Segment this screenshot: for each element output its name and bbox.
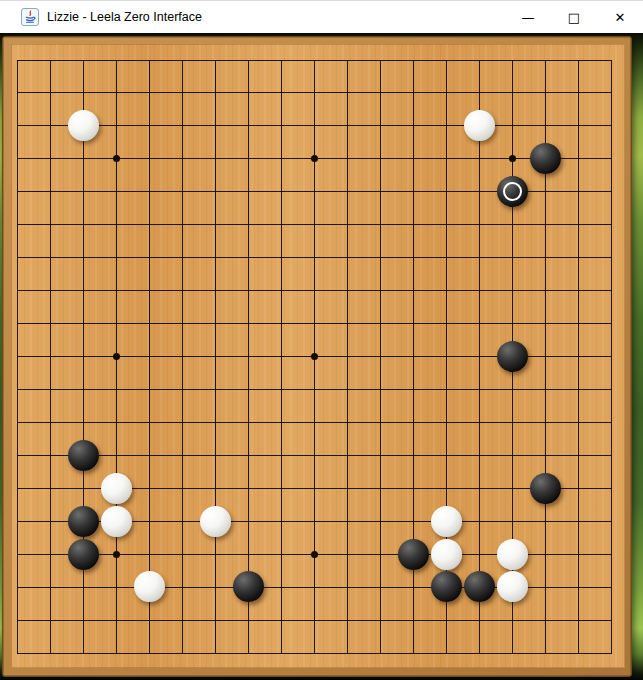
intersection[interactable] — [298, 373, 331, 406]
intersection[interactable] — [331, 44, 364, 77]
minimize-button[interactable]: — — [505, 1, 551, 34]
intersection[interactable] — [397, 538, 430, 571]
intersection[interactable] — [463, 44, 496, 77]
intersection[interactable] — [298, 636, 331, 669]
intersection[interactable] — [265, 571, 298, 604]
intersection[interactable] — [166, 472, 199, 505]
intersection[interactable] — [463, 636, 496, 669]
intersection[interactable] — [397, 472, 430, 505]
intersection[interactable] — [595, 142, 628, 175]
intersection[interactable] — [232, 76, 265, 109]
intersection[interactable] — [562, 208, 595, 241]
intersection[interactable] — [1, 274, 34, 307]
intersection[interactable] — [331, 76, 364, 109]
intersection[interactable] — [100, 44, 133, 77]
intersection[interactable] — [397, 406, 430, 439]
intersection[interactable] — [232, 241, 265, 274]
intersection[interactable] — [133, 175, 166, 208]
intersection[interactable] — [232, 538, 265, 571]
intersection[interactable] — [232, 340, 265, 373]
intersection[interactable] — [166, 571, 199, 604]
intersection[interactable] — [331, 373, 364, 406]
intersection[interactable] — [595, 373, 628, 406]
intersection[interactable] — [232, 571, 265, 604]
intersection[interactable] — [265, 274, 298, 307]
intersection[interactable] — [1, 406, 34, 439]
intersection[interactable] — [496, 241, 529, 274]
intersection[interactable] — [265, 142, 298, 175]
intersection[interactable] — [397, 636, 430, 669]
intersection[interactable] — [265, 636, 298, 669]
intersection[interactable] — [166, 274, 199, 307]
intersection[interactable] — [133, 505, 166, 538]
intersection[interactable] — [232, 142, 265, 175]
intersection[interactable] — [364, 571, 397, 604]
intersection[interactable] — [133, 538, 166, 571]
intersection[interactable] — [364, 636, 397, 669]
intersection[interactable] — [496, 472, 529, 505]
intersection[interactable] — [199, 175, 232, 208]
intersection[interactable] — [67, 208, 100, 241]
intersection[interactable] — [529, 406, 562, 439]
intersection[interactable] — [529, 44, 562, 77]
intersection[interactable] — [430, 472, 463, 505]
intersection[interactable] — [496, 175, 529, 208]
intersection[interactable] — [562, 175, 595, 208]
intersection[interactable] — [298, 307, 331, 340]
intersection[interactable] — [595, 274, 628, 307]
intersection[interactable] — [133, 406, 166, 439]
intersection[interactable] — [232, 44, 265, 77]
intersection[interactable] — [331, 538, 364, 571]
intersection[interactable] — [562, 274, 595, 307]
intersection[interactable] — [232, 373, 265, 406]
intersection[interactable] — [298, 439, 331, 472]
intersection[interactable] — [133, 307, 166, 340]
intersection[interactable] — [529, 340, 562, 373]
intersection[interactable] — [34, 603, 67, 636]
intersection[interactable] — [100, 208, 133, 241]
intersection[interactable] — [1, 636, 34, 669]
intersection[interactable] — [463, 603, 496, 636]
intersection[interactable] — [298, 603, 331, 636]
intersection[interactable] — [100, 603, 133, 636]
intersection[interactable] — [595, 340, 628, 373]
intersection[interactable] — [397, 142, 430, 175]
intersection[interactable] — [331, 241, 364, 274]
intersection[interactable] — [298, 538, 331, 571]
intersection[interactable] — [100, 406, 133, 439]
intersection[interactable] — [100, 241, 133, 274]
intersection[interactable] — [100, 636, 133, 669]
intersection[interactable] — [100, 472, 133, 505]
intersection[interactable] — [100, 340, 133, 373]
intersection[interactable] — [562, 571, 595, 604]
intersection[interactable] — [232, 109, 265, 142]
intersection[interactable] — [265, 505, 298, 538]
intersection[interactable] — [133, 44, 166, 77]
intersection[interactable] — [529, 636, 562, 669]
intersection[interactable] — [265, 340, 298, 373]
intersection[interactable] — [232, 603, 265, 636]
intersection[interactable] — [397, 373, 430, 406]
intersection[interactable] — [529, 109, 562, 142]
intersection[interactable] — [298, 472, 331, 505]
intersection[interactable] — [364, 241, 397, 274]
intersection[interactable] — [232, 439, 265, 472]
intersection[interactable] — [1, 241, 34, 274]
intersection[interactable] — [1, 175, 34, 208]
intersection[interactable] — [166, 373, 199, 406]
intersection[interactable] — [199, 406, 232, 439]
intersection[interactable] — [496, 208, 529, 241]
intersection[interactable] — [562, 505, 595, 538]
intersection[interactable] — [133, 571, 166, 604]
intersection[interactable] — [496, 603, 529, 636]
intersection[interactable] — [595, 241, 628, 274]
intersection[interactable] — [133, 340, 166, 373]
intersection[interactable] — [34, 636, 67, 669]
intersection[interactable] — [166, 603, 199, 636]
intersection[interactable] — [298, 76, 331, 109]
intersection[interactable] — [397, 340, 430, 373]
intersection[interactable] — [496, 406, 529, 439]
intersection[interactable] — [133, 109, 166, 142]
intersection[interactable] — [463, 340, 496, 373]
intersection[interactable] — [529, 373, 562, 406]
intersection[interactable] — [463, 109, 496, 142]
intersection[interactable] — [166, 142, 199, 175]
intersection[interactable] — [166, 76, 199, 109]
intersection[interactable] — [166, 208, 199, 241]
intersection[interactable] — [364, 44, 397, 77]
intersection[interactable] — [298, 340, 331, 373]
intersection[interactable] — [166, 175, 199, 208]
intersection[interactable] — [496, 636, 529, 669]
intersection[interactable] — [199, 505, 232, 538]
intersection[interactable] — [463, 142, 496, 175]
intersection[interactable] — [364, 538, 397, 571]
intersection[interactable] — [298, 274, 331, 307]
intersection[interactable] — [595, 175, 628, 208]
intersection[interactable] — [562, 373, 595, 406]
intersection[interactable] — [331, 175, 364, 208]
intersection[interactable] — [133, 636, 166, 669]
intersection[interactable] — [1, 472, 34, 505]
intersection[interactable] — [529, 274, 562, 307]
intersection[interactable] — [34, 505, 67, 538]
intersection[interactable] — [34, 439, 67, 472]
intersection[interactable] — [1, 439, 34, 472]
intersection[interactable] — [562, 307, 595, 340]
intersection[interactable] — [397, 571, 430, 604]
intersection[interactable] — [67, 142, 100, 175]
intersection[interactable] — [463, 406, 496, 439]
intersection[interactable] — [67, 76, 100, 109]
intersection[interactable] — [199, 571, 232, 604]
intersection[interactable] — [595, 472, 628, 505]
intersection[interactable] — [1, 538, 34, 571]
intersection[interactable] — [496, 274, 529, 307]
intersection[interactable] — [463, 76, 496, 109]
intersection[interactable] — [562, 439, 595, 472]
intersection[interactable] — [397, 307, 430, 340]
intersection[interactable] — [199, 439, 232, 472]
intersection[interactable] — [265, 241, 298, 274]
intersection[interactable] — [529, 175, 562, 208]
intersection[interactable] — [562, 76, 595, 109]
intersection[interactable] — [1, 44, 34, 77]
intersection[interactable] — [67, 44, 100, 77]
intersection[interactable] — [67, 373, 100, 406]
intersection[interactable] — [595, 208, 628, 241]
intersection[interactable] — [232, 208, 265, 241]
intersection[interactable] — [430, 636, 463, 669]
intersection[interactable] — [67, 505, 100, 538]
intersection[interactable] — [595, 636, 628, 669]
intersection[interactable] — [265, 439, 298, 472]
intersection[interactable] — [364, 472, 397, 505]
intersection[interactable] — [67, 439, 100, 472]
intersection[interactable] — [463, 472, 496, 505]
intersection[interactable] — [496, 307, 529, 340]
intersection[interactable] — [199, 142, 232, 175]
intersection[interactable] — [133, 142, 166, 175]
intersection[interactable] — [496, 505, 529, 538]
intersection[interactable] — [430, 439, 463, 472]
intersection[interactable] — [529, 472, 562, 505]
intersection[interactable] — [265, 307, 298, 340]
intersection[interactable] — [496, 340, 529, 373]
intersection[interactable] — [595, 603, 628, 636]
intersection[interactable] — [34, 538, 67, 571]
intersection[interactable] — [67, 175, 100, 208]
intersection[interactable] — [1, 307, 34, 340]
intersection[interactable] — [1, 109, 34, 142]
intersection[interactable] — [199, 538, 232, 571]
intersection[interactable] — [397, 505, 430, 538]
intersection[interactable] — [298, 109, 331, 142]
intersection[interactable] — [298, 505, 331, 538]
intersection[interactable] — [496, 109, 529, 142]
intersection[interactable] — [199, 307, 232, 340]
intersection[interactable] — [166, 406, 199, 439]
intersection[interactable] — [34, 241, 67, 274]
intersection[interactable] — [331, 636, 364, 669]
intersection[interactable] — [562, 406, 595, 439]
intersection[interactable] — [166, 307, 199, 340]
intersection[interactable] — [67, 109, 100, 142]
intersection[interactable] — [595, 109, 628, 142]
intersection[interactable] — [364, 340, 397, 373]
intersection[interactable] — [34, 406, 67, 439]
intersection[interactable] — [397, 274, 430, 307]
intersection[interactable] — [463, 274, 496, 307]
intersection[interactable] — [265, 603, 298, 636]
intersection[interactable] — [166, 538, 199, 571]
intersection[interactable] — [133, 241, 166, 274]
intersection[interactable] — [199, 208, 232, 241]
intersection[interactable] — [298, 44, 331, 77]
intersection[interactable] — [364, 603, 397, 636]
intersection[interactable] — [397, 241, 430, 274]
intersection[interactable] — [199, 472, 232, 505]
intersection[interactable] — [100, 142, 133, 175]
intersection[interactable] — [1, 142, 34, 175]
intersection[interactable] — [331, 307, 364, 340]
intersection[interactable] — [67, 241, 100, 274]
intersection[interactable] — [199, 340, 232, 373]
intersection[interactable] — [199, 274, 232, 307]
intersection[interactable] — [34, 340, 67, 373]
intersection[interactable] — [100, 274, 133, 307]
intersection[interactable] — [265, 76, 298, 109]
intersection[interactable] — [67, 571, 100, 604]
intersection[interactable] — [1, 373, 34, 406]
intersection[interactable] — [463, 505, 496, 538]
intersection[interactable] — [265, 44, 298, 77]
intersection[interactable] — [67, 603, 100, 636]
intersection[interactable] — [331, 142, 364, 175]
intersection[interactable] — [67, 538, 100, 571]
intersection[interactable] — [34, 208, 67, 241]
intersection[interactable] — [1, 340, 34, 373]
intersection[interactable] — [232, 175, 265, 208]
intersection[interactable] — [595, 505, 628, 538]
intersection[interactable] — [496, 571, 529, 604]
intersection[interactable] — [331, 109, 364, 142]
intersection[interactable] — [199, 603, 232, 636]
intersection[interactable] — [397, 76, 430, 109]
intersection[interactable] — [430, 406, 463, 439]
intersection[interactable] — [100, 175, 133, 208]
maximize-button[interactable]: □ — [551, 1, 597, 34]
intersection[interactable] — [430, 241, 463, 274]
intersection[interactable] — [331, 505, 364, 538]
intersection[interactable] — [166, 241, 199, 274]
intersection[interactable] — [34, 472, 67, 505]
intersection[interactable] — [232, 274, 265, 307]
intersection[interactable] — [430, 274, 463, 307]
intersection[interactable] — [331, 439, 364, 472]
intersection[interactable] — [529, 241, 562, 274]
intersection[interactable] — [133, 76, 166, 109]
intersection[interactable] — [100, 439, 133, 472]
intersection[interactable] — [562, 142, 595, 175]
intersection[interactable] — [199, 76, 232, 109]
intersection[interactable] — [298, 406, 331, 439]
intersection[interactable] — [562, 340, 595, 373]
intersection[interactable] — [430, 340, 463, 373]
intersection[interactable] — [430, 208, 463, 241]
intersection[interactable] — [100, 373, 133, 406]
intersection[interactable] — [67, 340, 100, 373]
intersection[interactable] — [34, 274, 67, 307]
intersection[interactable] — [232, 406, 265, 439]
intersection[interactable] — [199, 636, 232, 669]
intersection[interactable] — [67, 307, 100, 340]
intersection[interactable] — [133, 274, 166, 307]
intersection[interactable] — [199, 241, 232, 274]
intersection[interactable] — [397, 439, 430, 472]
intersection[interactable] — [133, 208, 166, 241]
intersection[interactable] — [67, 472, 100, 505]
intersection[interactable] — [562, 472, 595, 505]
intersection[interactable] — [100, 505, 133, 538]
intersection[interactable] — [562, 538, 595, 571]
intersection[interactable] — [595, 307, 628, 340]
intersection[interactable] — [100, 307, 133, 340]
intersection[interactable] — [364, 109, 397, 142]
intersection[interactable] — [298, 208, 331, 241]
intersection[interactable] — [397, 44, 430, 77]
intersection[interactable] — [430, 76, 463, 109]
intersection[interactable] — [265, 208, 298, 241]
intersection[interactable] — [166, 44, 199, 77]
intersection[interactable] — [496, 373, 529, 406]
intersection[interactable] — [133, 603, 166, 636]
intersection[interactable] — [595, 406, 628, 439]
intersection[interactable] — [265, 175, 298, 208]
intersection[interactable] — [364, 175, 397, 208]
intersection[interactable] — [430, 307, 463, 340]
intersection[interactable] — [529, 142, 562, 175]
intersection[interactable] — [34, 109, 67, 142]
intersection[interactable] — [529, 505, 562, 538]
intersection[interactable] — [529, 307, 562, 340]
intersection[interactable] — [331, 208, 364, 241]
intersection[interactable] — [67, 406, 100, 439]
intersection[interactable] — [529, 571, 562, 604]
intersection[interactable] — [397, 603, 430, 636]
intersection[interactable] — [232, 636, 265, 669]
intersection[interactable] — [463, 571, 496, 604]
intersection[interactable] — [364, 142, 397, 175]
intersection[interactable] — [562, 109, 595, 142]
intersection[interactable] — [430, 603, 463, 636]
intersection[interactable] — [364, 274, 397, 307]
intersection[interactable] — [67, 636, 100, 669]
intersection[interactable] — [595, 44, 628, 77]
intersection[interactable] — [562, 636, 595, 669]
intersection[interactable] — [1, 603, 34, 636]
intersection[interactable] — [430, 571, 463, 604]
intersection[interactable] — [34, 175, 67, 208]
intersection[interactable] — [430, 505, 463, 538]
intersection[interactable] — [34, 373, 67, 406]
intersection[interactable] — [430, 373, 463, 406]
intersection[interactable] — [430, 538, 463, 571]
intersection[interactable] — [199, 44, 232, 77]
intersection[interactable] — [463, 439, 496, 472]
intersection[interactable] — [595, 571, 628, 604]
intersection[interactable] — [364, 439, 397, 472]
intersection[interactable] — [430, 109, 463, 142]
intersection[interactable] — [133, 373, 166, 406]
intersection[interactable] — [463, 175, 496, 208]
intersection[interactable] — [364, 208, 397, 241]
intersection[interactable] — [529, 538, 562, 571]
intersection[interactable] — [1, 208, 34, 241]
intersection[interactable] — [364, 76, 397, 109]
intersection[interactable] — [232, 472, 265, 505]
intersection[interactable] — [397, 208, 430, 241]
intersection[interactable] — [331, 472, 364, 505]
intersection[interactable] — [331, 406, 364, 439]
intersection[interactable] — [298, 142, 331, 175]
intersection[interactable] — [562, 44, 595, 77]
intersection[interactable] — [67, 274, 100, 307]
